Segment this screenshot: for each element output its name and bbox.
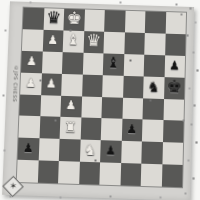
- square-f4[interactable]: [122, 97, 143, 120]
- paper-speckles: [0, 0, 1, 1]
- black-pawn-e2[interactable]: ♟: [105, 145, 116, 157]
- white-queen-d7[interactable]: ♛: [86, 32, 102, 49]
- square-f1[interactable]: [120, 163, 141, 186]
- square-g4[interactable]: [142, 98, 163, 121]
- square-h6[interactable]: ♟: [164, 55, 185, 77]
- square-f6[interactable]: [123, 54, 144, 76]
- square-b6[interactable]: [41, 51, 62, 73]
- square-h5[interactable]: ♚: [164, 77, 185, 99]
- white-pawn-c4[interactable]: ♟: [65, 99, 76, 111]
- white-bishop-c7[interactable]: ♝: [66, 33, 80, 48]
- square-h8[interactable]: [165, 12, 186, 34]
- black-knight-g5[interactable]: ♞: [147, 79, 160, 93]
- square-b1[interactable]: [37, 161, 58, 184]
- square-g5[interactable]: ♞: [143, 76, 164, 98]
- square-b8[interactable]: ♛: [43, 8, 64, 30]
- square-a6[interactable]: ♟: [21, 51, 42, 73]
- square-g6[interactable]: [144, 54, 165, 76]
- square-e5[interactable]: [102, 75, 123, 97]
- square-d8[interactable]: [84, 10, 105, 32]
- square-d6[interactable]: [82, 53, 103, 75]
- square-g2[interactable]: [141, 142, 162, 165]
- square-b5[interactable]: ♟: [41, 73, 62, 95]
- logo-star-icon: ✶: [9, 182, 17, 191]
- square-e3[interactable]: [101, 118, 122, 141]
- square-e6[interactable]: ♝: [103, 53, 124, 75]
- square-c1[interactable]: [58, 161, 79, 184]
- square-h3[interactable]: [162, 120, 183, 143]
- black-bishop-e6[interactable]: ♝: [106, 56, 120, 71]
- square-d1[interactable]: [79, 162, 100, 185]
- square-b3[interactable]: [39, 117, 60, 140]
- photo-background: ©JPS CHESS ♛♚♟♝♛♟♝♟♟♟♞♚♟♜♟♟♞♟ ✶: [0, 0, 200, 200]
- square-a4[interactable]: [19, 94, 40, 116]
- square-e7[interactable]: [103, 32, 124, 54]
- square-g7[interactable]: [144, 33, 165, 55]
- square-e8[interactable]: [104, 10, 125, 32]
- white-rook-c3[interactable]: ♜: [64, 120, 77, 134]
- square-e2[interactable]: ♟: [100, 140, 121, 163]
- square-a3[interactable]: [18, 116, 39, 139]
- board-grid: ♛♚♟♝♛♟♝♟♟♟♞♚♟♜♟♟♞♟: [16, 7, 187, 189]
- square-d2[interactable]: ♞: [79, 140, 100, 163]
- white-knight-d2[interactable]: ♞: [84, 143, 97, 158]
- square-a8[interactable]: [23, 8, 44, 30]
- square-h7[interactable]: [165, 34, 186, 56]
- square-e1[interactable]: [99, 162, 120, 185]
- square-g8[interactable]: [145, 11, 166, 33]
- square-c2[interactable]: [59, 139, 80, 162]
- square-c5[interactable]: [61, 74, 82, 96]
- white-pawn-a6[interactable]: ♟: [26, 55, 37, 67]
- white-king-c8[interactable]: ♚: [66, 10, 82, 27]
- black-king-h5[interactable]: ♚: [166, 78, 182, 95]
- square-f5[interactable]: [123, 75, 144, 97]
- chessboard: ©JPS CHESS ♛♚♟♝♛♟♝♟♟♟♞♚♟♜♟♟♞♟ ✶: [2, 1, 194, 200]
- square-d3[interactable]: [80, 118, 101, 141]
- square-a1[interactable]: [17, 160, 38, 183]
- square-f7[interactable]: [124, 32, 145, 54]
- square-f8[interactable]: [124, 11, 145, 33]
- square-d7[interactable]: ♛: [83, 31, 104, 53]
- square-c6[interactable]: [62, 52, 83, 74]
- square-b7[interactable]: ♟: [42, 30, 63, 52]
- white-pawn-a5[interactable]: ♟: [25, 76, 36, 88]
- square-c7[interactable]: ♝: [63, 30, 84, 52]
- black-pawn-a2[interactable]: ♟: [23, 142, 34, 154]
- square-g1[interactable]: [141, 164, 162, 187]
- square-b2[interactable]: [38, 138, 59, 161]
- square-c8[interactable]: ♚: [63, 9, 84, 31]
- square-h2[interactable]: [162, 142, 183, 165]
- square-a2[interactable]: ♟: [18, 138, 39, 161]
- square-b4[interactable]: [40, 95, 61, 117]
- black-queen-b8[interactable]: ♛: [46, 10, 62, 27]
- square-h1[interactable]: [161, 164, 182, 187]
- square-a5[interactable]: ♟: [20, 72, 41, 94]
- square-c4[interactable]: ♟: [60, 95, 81, 117]
- white-pawn-b5[interactable]: ♟: [46, 77, 57, 89]
- black-pawn-f3[interactable]: ♟: [126, 123, 137, 135]
- square-c3[interactable]: ♜: [60, 117, 81, 140]
- square-f3[interactable]: ♟: [121, 119, 142, 142]
- square-h4[interactable]: [163, 99, 184, 122]
- white-pawn-b7[interactable]: ♟: [47, 34, 58, 46]
- square-e4[interactable]: [101, 97, 122, 120]
- square-a7[interactable]: [22, 29, 43, 51]
- black-pawn-h6[interactable]: ♟: [169, 59, 180, 71]
- square-g3[interactable]: [142, 120, 163, 143]
- square-d4[interactable]: [81, 96, 102, 118]
- square-d5[interactable]: [82, 74, 103, 96]
- square-f2[interactable]: [121, 141, 142, 164]
